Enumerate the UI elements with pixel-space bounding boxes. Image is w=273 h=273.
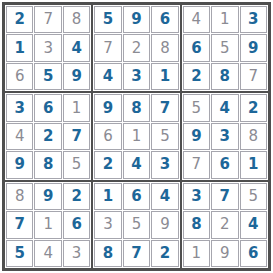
block-r2c1: 164359872 (92, 181, 180, 269)
cell-r1c1[interactable]: 2 (6, 6, 33, 33)
cell-r8c2[interactable]: 1 (34, 211, 61, 238)
cell-r6c6[interactable]: 3 (151, 151, 178, 178)
cell-r9c5[interactable]: 7 (123, 240, 150, 267)
cell-r1c7[interactable]: 4 (183, 6, 210, 33)
sudoku-grid: 2781346595967284314136592873614279859876… (2, 2, 271, 271)
cell-r1c8[interactable]: 1 (211, 6, 238, 33)
cell-r6c9[interactable]: 1 (240, 151, 267, 178)
cell-r5c9[interactable]: 8 (240, 123, 267, 150)
cell-r7c4[interactable]: 1 (94, 183, 121, 210)
cell-r5c6[interactable]: 5 (151, 123, 178, 150)
cell-r1c9[interactable]: 3 (240, 6, 267, 33)
cell-r1c2[interactable]: 7 (34, 6, 61, 33)
cell-r3c8[interactable]: 8 (211, 63, 238, 90)
cell-r8c9[interactable]: 4 (240, 211, 267, 238)
cell-r7c5[interactable]: 6 (123, 183, 150, 210)
cell-r4c3[interactable]: 1 (63, 94, 90, 121)
cell-r8c5[interactable]: 5 (123, 211, 150, 238)
cell-r1c3[interactable]: 8 (63, 6, 90, 33)
cell-r1c5[interactable]: 9 (123, 6, 150, 33)
cell-r5c4[interactable]: 6 (94, 123, 121, 150)
cell-r9c6[interactable]: 2 (151, 240, 178, 267)
cell-r3c4[interactable]: 4 (94, 63, 121, 90)
cell-r3c6[interactable]: 1 (151, 63, 178, 90)
block-r0c0: 278134659 (4, 4, 92, 92)
sudoku-board: 2781346595967284314136592873614279859876… (0, 0, 273, 273)
cell-r5c1[interactable]: 4 (6, 123, 33, 150)
cell-r7c8[interactable]: 7 (211, 183, 238, 210)
cell-r6c8[interactable]: 6 (211, 151, 238, 178)
block-r1c0: 361427985 (4, 92, 92, 180)
cell-r5c5[interactable]: 1 (123, 123, 150, 150)
cell-r7c9[interactable]: 5 (240, 183, 267, 210)
cell-r7c3[interactable]: 2 (63, 183, 90, 210)
cell-r6c5[interactable]: 4 (123, 151, 150, 178)
cell-r3c1[interactable]: 6 (6, 63, 33, 90)
cell-r9c9[interactable]: 6 (240, 240, 267, 267)
cell-r6c7[interactable]: 7 (183, 151, 210, 178)
cell-r4c1[interactable]: 3 (6, 94, 33, 121)
cell-r7c7[interactable]: 3 (183, 183, 210, 210)
cell-r7c1[interactable]: 8 (6, 183, 33, 210)
cell-r1c4[interactable]: 5 (94, 6, 121, 33)
cell-r6c4[interactable]: 2 (94, 151, 121, 178)
cell-r5c8[interactable]: 3 (211, 123, 238, 150)
cell-r6c2[interactable]: 8 (34, 151, 61, 178)
cell-r4c9[interactable]: 2 (240, 94, 267, 121)
block-r2c0: 892716543 (4, 181, 92, 269)
cell-r2c4[interactable]: 7 (94, 34, 121, 61)
cell-r9c7[interactable]: 1 (183, 240, 210, 267)
cell-r4c6[interactable]: 7 (151, 94, 178, 121)
cell-r9c1[interactable]: 5 (6, 240, 33, 267)
cell-r9c4[interactable]: 8 (94, 240, 121, 267)
cell-r1c6[interactable]: 6 (151, 6, 178, 33)
cell-r4c4[interactable]: 9 (94, 94, 121, 121)
cell-r9c2[interactable]: 4 (34, 240, 61, 267)
cell-r4c2[interactable]: 6 (34, 94, 61, 121)
block-r2c2: 375824196 (181, 181, 269, 269)
cell-r3c7[interactable]: 2 (183, 63, 210, 90)
cell-r2c7[interactable]: 6 (183, 34, 210, 61)
cell-r2c6[interactable]: 8 (151, 34, 178, 61)
block-r0c2: 413659287 (181, 4, 269, 92)
cell-r6c3[interactable]: 5 (63, 151, 90, 178)
cell-r8c6[interactable]: 9 (151, 211, 178, 238)
cell-r9c3[interactable]: 3 (63, 240, 90, 267)
cell-r8c4[interactable]: 3 (94, 211, 121, 238)
cell-r3c3[interactable]: 9 (63, 63, 90, 90)
cell-r2c8[interactable]: 5 (211, 34, 238, 61)
cell-r2c2[interactable]: 3 (34, 34, 61, 61)
cell-r8c1[interactable]: 7 (6, 211, 33, 238)
cell-r7c6[interactable]: 4 (151, 183, 178, 210)
cell-r5c2[interactable]: 2 (34, 123, 61, 150)
cell-r3c2[interactable]: 5 (34, 63, 61, 90)
cell-r5c7[interactable]: 9 (183, 123, 210, 150)
cell-r8c7[interactable]: 8 (183, 211, 210, 238)
cell-r4c7[interactable]: 5 (183, 94, 210, 121)
cell-r9c8[interactable]: 9 (211, 240, 238, 267)
cell-r2c5[interactable]: 2 (123, 34, 150, 61)
cell-r8c3[interactable]: 6 (63, 211, 90, 238)
cell-r8c8[interactable]: 2 (211, 211, 238, 238)
cell-r6c1[interactable]: 9 (6, 151, 33, 178)
cell-r5c3[interactable]: 7 (63, 123, 90, 150)
cell-r2c3[interactable]: 4 (63, 34, 90, 61)
block-r1c2: 542938761 (181, 92, 269, 180)
cell-r7c2[interactable]: 9 (34, 183, 61, 210)
cell-r4c8[interactable]: 4 (211, 94, 238, 121)
cell-r3c9[interactable]: 7 (240, 63, 267, 90)
cell-r3c5[interactable]: 3 (123, 63, 150, 90)
cell-r2c1[interactable]: 1 (6, 34, 33, 61)
block-r0c1: 596728431 (92, 4, 180, 92)
block-r1c1: 987615243 (92, 92, 180, 180)
cell-r4c5[interactable]: 8 (123, 94, 150, 121)
cell-r2c9[interactable]: 9 (240, 34, 267, 61)
